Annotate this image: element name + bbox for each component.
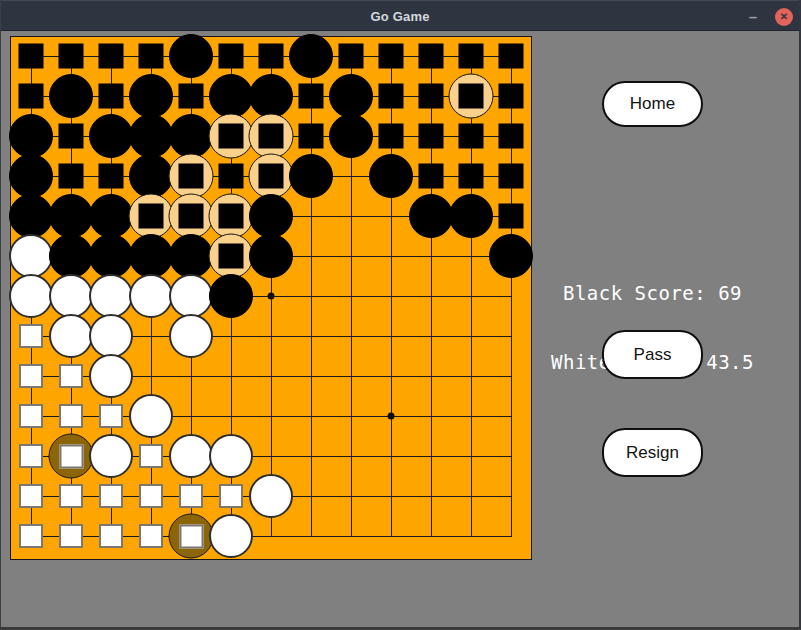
black-territory-marker[interactable] [419,124,444,149]
black-territory-marker[interactable] [299,84,324,109]
black-stone[interactable] [49,74,93,118]
black-stone[interactable] [89,234,133,278]
black-stone[interactable] [129,234,173,278]
black-stone[interactable] [449,194,493,238]
star-point [388,413,395,420]
white-territory-marker[interactable] [19,364,43,388]
black-territory-marker[interactable] [419,84,444,109]
white-stone[interactable] [209,434,253,478]
highlighted-black-marker[interactable] [129,194,174,239]
black-stone[interactable] [129,154,173,198]
highlighted-black-marker[interactable] [169,194,214,239]
black-stone[interactable] [9,154,53,198]
black-territory-marker[interactable] [19,84,44,109]
black-stone[interactable] [249,234,293,278]
white-stone[interactable] [49,314,93,358]
white-stone[interactable] [169,434,213,478]
black-territory-marker[interactable] [59,124,84,149]
white-territory-marker[interactable] [139,444,163,468]
black-territory-marker[interactable] [299,124,324,149]
white-territory-marker[interactable] [19,404,43,428]
white-territory-marker[interactable] [19,324,43,348]
black-territory-marker[interactable] [379,44,404,69]
highlighted-black-marker[interactable] [209,234,254,279]
black-stone[interactable] [209,74,253,118]
black-territory-marker[interactable] [499,204,524,229]
white-territory-marker[interactable] [99,524,123,548]
white-territory-marker[interactable] [139,524,163,548]
minimize-icon[interactable]: – [740,1,766,31]
white-territory-marker[interactable] [59,404,83,428]
white-territory-marker [179,524,203,548]
star-point [268,293,275,300]
black-territory-marker [179,204,204,229]
black-stone[interactable] [9,194,53,238]
black-territory-marker[interactable] [179,84,204,109]
black-stone[interactable] [89,114,133,158]
black-territory-marker[interactable] [499,84,524,109]
white-territory-marker[interactable] [139,484,163,508]
white-stone[interactable] [89,314,133,358]
black-territory-marker[interactable] [499,124,524,149]
black-territory-marker[interactable] [99,164,124,189]
black-stone[interactable] [49,234,93,278]
go-board[interactable] [10,36,532,560]
black-territory-marker[interactable] [219,44,244,69]
white-stone[interactable] [49,274,93,318]
black-territory-marker [259,124,284,149]
black-territory-marker[interactable] [459,164,484,189]
black-territory-marker[interactable] [499,44,524,69]
white-territory-marker[interactable] [99,484,123,508]
black-territory-marker[interactable] [419,164,444,189]
white-territory-marker[interactable] [219,484,243,508]
titlebar: Go Game – ✕ [1,0,799,31]
black-stone[interactable] [209,274,253,318]
black-territory-marker[interactable] [59,44,84,69]
black-territory-marker[interactable] [259,44,284,69]
black-territory-marker [139,204,164,229]
black-territory-marker[interactable] [379,124,404,149]
highlighted-black-marker[interactable] [169,154,214,199]
black-score-text: Black Score: 69 [537,282,768,305]
black-territory-marker[interactable] [419,44,444,69]
black-stone[interactable] [369,154,413,198]
highlighted-black-marker[interactable] [249,154,294,199]
black-stone[interactable] [249,194,293,238]
black-stone[interactable] [129,74,173,118]
black-territory-marker [219,124,244,149]
black-stone[interactable] [49,194,93,238]
black-stone[interactable] [289,34,333,78]
white-territory-marker [59,444,83,468]
white-stone[interactable] [169,274,213,318]
black-stone[interactable] [169,234,213,278]
black-territory-marker[interactable] [219,164,244,189]
white-stone[interactable] [89,354,133,398]
black-territory-marker[interactable] [459,124,484,149]
black-territory-marker[interactable] [379,84,404,109]
white-territory-marker[interactable] [59,364,83,388]
white-stone[interactable] [89,274,133,318]
black-stone[interactable] [329,114,373,158]
black-territory-marker[interactable] [139,44,164,69]
home-button[interactable]: Home [602,81,703,127]
black-territory-marker [259,164,284,189]
white-stone[interactable] [249,474,293,518]
black-stone[interactable] [489,234,533,278]
white-territory-marker[interactable] [19,484,43,508]
black-territory-marker [179,164,204,189]
pass-button[interactable]: Pass [602,330,703,379]
black-territory-marker[interactable] [99,84,124,109]
black-stone[interactable] [409,194,453,238]
highlighted-black-marker[interactable] [209,114,254,159]
white-territory-marker[interactable] [19,524,43,548]
highlighted-white-marker[interactable] [169,514,214,559]
resign-button[interactable]: Resign [602,428,703,477]
black-territory-marker[interactable] [59,164,84,189]
white-stone[interactable] [129,274,173,318]
black-stone[interactable] [289,154,333,198]
black-territory-marker[interactable] [99,44,124,69]
white-stone[interactable] [209,514,253,558]
black-territory-marker[interactable] [19,44,44,69]
white-stone[interactable] [169,314,213,358]
black-territory-marker [219,244,244,269]
black-stone[interactable] [9,114,53,158]
white-territory-marker[interactable] [179,484,203,508]
black-stone[interactable] [169,114,213,158]
black-stone[interactable] [129,114,173,158]
black-stone[interactable] [249,74,293,118]
black-stone[interactable] [89,194,133,238]
window-title: Go Game [1,1,799,31]
close-icon[interactable]: ✕ [775,8,793,26]
white-territory-marker[interactable] [19,444,43,468]
black-stone[interactable] [329,74,373,118]
highlighted-white-marker[interactable] [49,434,94,479]
white-territory-marker[interactable] [99,404,123,428]
white-stone[interactable] [129,394,173,438]
black-territory-marker[interactable] [339,44,364,69]
white-stone[interactable] [89,434,133,478]
black-territory-marker[interactable] [459,44,484,69]
highlighted-black-marker[interactable] [209,194,254,239]
go-game-window: Go Game – ✕ Home Black Score: 69 White S… [0,0,801,630]
black-territory-marker [219,204,244,229]
highlighted-black-marker[interactable] [249,114,294,159]
white-territory-marker[interactable] [59,484,83,508]
black-stone[interactable] [169,34,213,78]
white-territory-marker[interactable] [59,524,83,548]
highlighted-black-marker[interactable] [449,74,494,119]
white-stone[interactable] [9,234,53,278]
black-territory-marker[interactable] [499,164,524,189]
score-display: Black Score: 69 White Score: 43.5 [537,236,768,420]
black-territory-marker [459,84,484,109]
white-stone[interactable] [9,274,53,318]
